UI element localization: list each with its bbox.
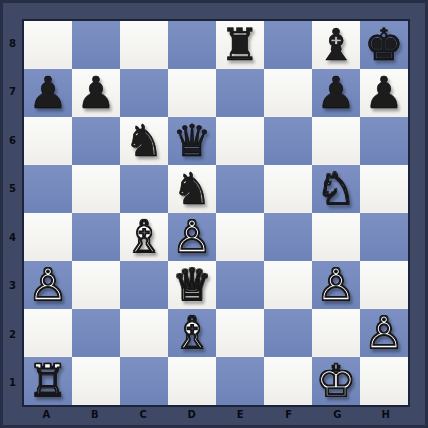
square-h5[interactable] (360, 165, 408, 213)
square-a4[interactable] (24, 213, 72, 261)
square-h4[interactable] (360, 213, 408, 261)
square-d3[interactable]: ♕ (168, 261, 216, 309)
white-queen-piece[interactable]: ♕ (172, 261, 211, 309)
square-a2[interactable] (24, 309, 72, 357)
rank-label-7: 7 (3, 68, 22, 117)
square-e1[interactable] (216, 357, 264, 405)
square-d5[interactable]: ♞ (168, 165, 216, 213)
black-pawn-piece[interactable]: ♟ (76, 69, 115, 117)
black-knight-piece[interactable]: ♞ (124, 117, 163, 165)
square-a3[interactable]: ♙ (24, 261, 72, 309)
square-b7[interactable]: ♟ (72, 69, 120, 117)
square-e5[interactable] (216, 165, 264, 213)
black-pawn-piece[interactable]: ♟ (28, 69, 67, 117)
file-label-a: A (22, 406, 71, 423)
square-d1[interactable] (168, 357, 216, 405)
square-g2[interactable] (312, 309, 360, 357)
white-pawn-piece[interactable]: ♙ (364, 309, 403, 357)
square-f4[interactable] (264, 213, 312, 261)
white-bishop-piece[interactable]: ♗ (172, 309, 211, 357)
chess-board: ♜♝♚♟♟♟♟♞♛♞♘♗♙♙♕♙♗♙♖♔ (22, 19, 410, 407)
square-e6[interactable] (216, 117, 264, 165)
square-c3[interactable] (120, 261, 168, 309)
square-f2[interactable] (264, 309, 312, 357)
black-bishop-piece[interactable]: ♝ (316, 21, 355, 69)
white-rook-piece[interactable]: ♖ (28, 357, 67, 405)
black-knight-piece[interactable]: ♞ (172, 165, 211, 213)
square-f5[interactable] (264, 165, 312, 213)
square-c1[interactable] (120, 357, 168, 405)
square-g4[interactable] (312, 213, 360, 261)
square-e2[interactable] (216, 309, 264, 357)
rank-labels: 87654321 (3, 19, 22, 407)
square-h1[interactable] (360, 357, 408, 405)
square-a1[interactable]: ♖ (24, 357, 72, 405)
white-pawn-piece[interactable]: ♙ (172, 213, 211, 261)
rank-label-2: 2 (3, 310, 22, 359)
square-c4[interactable]: ♗ (120, 213, 168, 261)
square-c8[interactable] (120, 21, 168, 69)
square-d7[interactable] (168, 69, 216, 117)
white-knight-piece[interactable]: ♘ (316, 165, 355, 213)
square-h3[interactable] (360, 261, 408, 309)
square-c2[interactable] (120, 309, 168, 357)
rank-label-4: 4 (3, 213, 22, 262)
file-label-e: E (216, 406, 265, 423)
square-e4[interactable] (216, 213, 264, 261)
black-pawn-piece[interactable]: ♟ (364, 69, 403, 117)
white-bishop-piece[interactable]: ♗ (124, 213, 163, 261)
square-g3[interactable]: ♙ (312, 261, 360, 309)
square-b6[interactable] (72, 117, 120, 165)
square-h7[interactable]: ♟ (360, 69, 408, 117)
square-b5[interactable] (72, 165, 120, 213)
square-g7[interactable]: ♟ (312, 69, 360, 117)
file-label-f: F (265, 406, 314, 423)
square-d6[interactable]: ♛ (168, 117, 216, 165)
square-b1[interactable] (72, 357, 120, 405)
rank-label-6: 6 (3, 116, 22, 165)
black-queen-piece[interactable]: ♛ (172, 117, 211, 165)
chess-diagram-frame: 87654321 ♜♝♚♟♟♟♟♞♛♞♘♗♙♙♕♙♗♙♖♔ ABCDEFGH (0, 0, 428, 428)
file-label-b: B (71, 406, 120, 423)
square-f6[interactable] (264, 117, 312, 165)
black-rook-piece[interactable]: ♜ (220, 21, 259, 69)
square-f1[interactable] (264, 357, 312, 405)
square-d4[interactable]: ♙ (168, 213, 216, 261)
white-king-piece[interactable]: ♔ (316, 357, 355, 405)
square-a6[interactable] (24, 117, 72, 165)
black-king-piece[interactable]: ♚ (364, 21, 403, 69)
white-pawn-piece[interactable]: ♙ (316, 261, 355, 309)
square-a8[interactable] (24, 21, 72, 69)
file-label-h: H (362, 406, 411, 423)
square-b4[interactable] (72, 213, 120, 261)
square-g1[interactable]: ♔ (312, 357, 360, 405)
black-pawn-piece[interactable]: ♟ (316, 69, 355, 117)
square-a5[interactable] (24, 165, 72, 213)
square-b2[interactable] (72, 309, 120, 357)
square-f3[interactable] (264, 261, 312, 309)
square-h6[interactable] (360, 117, 408, 165)
square-h2[interactable]: ♙ (360, 309, 408, 357)
white-pawn-piece[interactable]: ♙ (28, 261, 67, 309)
square-g5[interactable]: ♘ (312, 165, 360, 213)
rank-label-8: 8 (3, 19, 22, 68)
square-b8[interactable] (72, 21, 120, 69)
square-b3[interactable] (72, 261, 120, 309)
square-c7[interactable] (120, 69, 168, 117)
rank-label-5: 5 (3, 165, 22, 214)
square-g8[interactable]: ♝ (312, 21, 360, 69)
square-d8[interactable] (168, 21, 216, 69)
square-c6[interactable]: ♞ (120, 117, 168, 165)
square-g6[interactable] (312, 117, 360, 165)
file-label-c: C (119, 406, 168, 423)
rank-label-1: 1 (3, 359, 22, 408)
file-label-g: G (313, 406, 362, 423)
file-labels: ABCDEFGH (22, 406, 410, 423)
square-e3[interactable] (216, 261, 264, 309)
square-h8[interactable]: ♚ (360, 21, 408, 69)
square-e8[interactable]: ♜ (216, 21, 264, 69)
square-a7[interactable]: ♟ (24, 69, 72, 117)
square-f8[interactable] (264, 21, 312, 69)
file-label-d: D (168, 406, 217, 423)
rank-label-3: 3 (3, 262, 22, 311)
square-e7[interactable] (216, 69, 264, 117)
square-c5[interactable] (120, 165, 168, 213)
square-d2[interactable]: ♗ (168, 309, 216, 357)
square-f7[interactable] (264, 69, 312, 117)
